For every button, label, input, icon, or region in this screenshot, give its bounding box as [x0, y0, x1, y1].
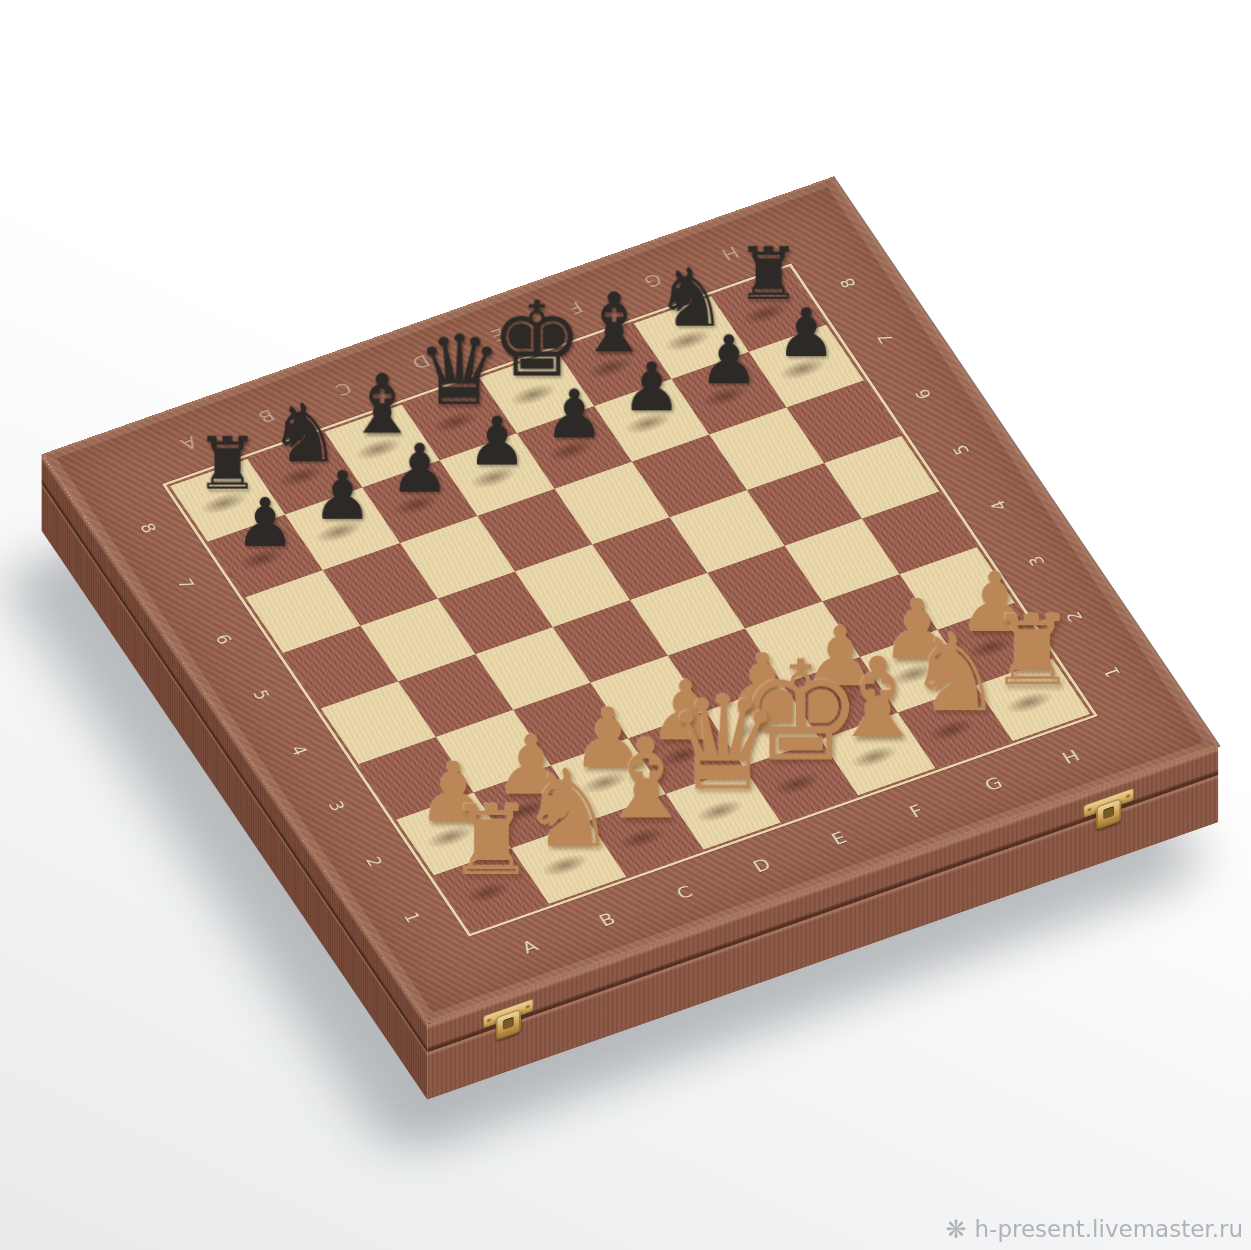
watermark-text: h-present.livemaster.ru — [975, 1216, 1244, 1242]
piece-white-rook-a1[interactable]: ♜ — [430, 784, 553, 890]
clasp-left — [483, 999, 533, 1049]
scene: 88AA77BB66CC55DD44EE33FF22GG11HH ♜♞♝♛♚♝♞… — [0, 0, 1251, 1250]
flower-icon: ❋ — [946, 1217, 967, 1242]
clasp-right — [1084, 788, 1134, 838]
watermark: ❋ h-present.livemaster.ru — [946, 1216, 1243, 1242]
photo-background: 88AA77BB66CC55DD44EE33FF22GG11HH ♜♞♝♛♚♝♞… — [0, 0, 1251, 1250]
chess-box: 88AA77BB66CC55DD44EE33FF22GG11HH ♜♞♝♛♚♝♞… — [42, 177, 1219, 1023]
